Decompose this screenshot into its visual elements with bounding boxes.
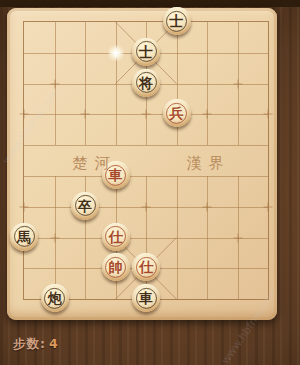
piece-red-general[interactable]: 帥 — [102, 253, 130, 281]
piece-red-soldier[interactable]: 兵 — [163, 99, 191, 127]
piece-glyph: 帥 — [109, 260, 123, 274]
river-label-right: 漢界 — [180, 153, 231, 172]
point-marker — [264, 202, 273, 211]
piece-red-advisor[interactable]: 仕 — [102, 222, 130, 250]
hint-sparkle-effect — [107, 44, 125, 62]
piece-black-soldier[interactable]: 卒 — [71, 192, 99, 220]
piece-glyph: 将 — [139, 75, 153, 89]
piece-glyph: 兵 — [170, 106, 184, 120]
piece-glyph: 仕 — [139, 260, 153, 274]
point-marker — [142, 110, 151, 119]
point-marker — [233, 79, 242, 88]
point-marker — [203, 202, 212, 211]
point-marker — [81, 110, 90, 119]
point-marker — [20, 110, 29, 119]
board-grid[interactable]: 士士将兵車卒馬仕帥仕炮車 — [7, 8, 277, 320]
point-marker — [233, 233, 242, 242]
piece-black-cannon[interactable]: 炮 — [41, 284, 69, 312]
point-marker — [142, 202, 151, 211]
point-marker — [264, 110, 273, 119]
xiangqi-board[interactable]: 士士将兵車卒馬仕帥仕炮車 楚河 漢界 — [7, 8, 277, 320]
piece-glyph: 炮 — [48, 291, 62, 305]
piece-red-advisor[interactable]: 仕 — [132, 253, 160, 281]
point-marker — [50, 79, 59, 88]
piece-glyph: 卒 — [78, 199, 92, 213]
step-counter-value: 4 — [49, 336, 59, 351]
piece-glyph: 車 — [139, 291, 153, 305]
piece-black-horse[interactable]: 馬 — [10, 222, 38, 250]
piece-black-advisor[interactable]: 士 — [132, 38, 160, 66]
piece-black-chariot[interactable]: 車 — [132, 284, 160, 312]
piece-black-general[interactable]: 将 — [132, 68, 160, 96]
piece-glyph: 馬 — [17, 229, 31, 243]
point-marker — [20, 202, 29, 211]
step-counter-label: 步数: — [13, 336, 46, 351]
game-screen: 士士将兵車卒馬仕帥仕炮車 楚河 漢界 步数:4 www.hbfnw.com ww… — [0, 0, 300, 365]
river-label-left: 楚河 — [66, 153, 117, 172]
piece-black-advisor[interactable]: 士 — [163, 7, 191, 35]
point-marker — [50, 233, 59, 242]
piece-glyph: 仕 — [109, 229, 123, 243]
piece-glyph: 士 — [139, 45, 153, 59]
step-counter: 步数:4 — [13, 336, 59, 353]
piece-glyph: 士 — [170, 14, 184, 28]
point-marker — [203, 110, 212, 119]
